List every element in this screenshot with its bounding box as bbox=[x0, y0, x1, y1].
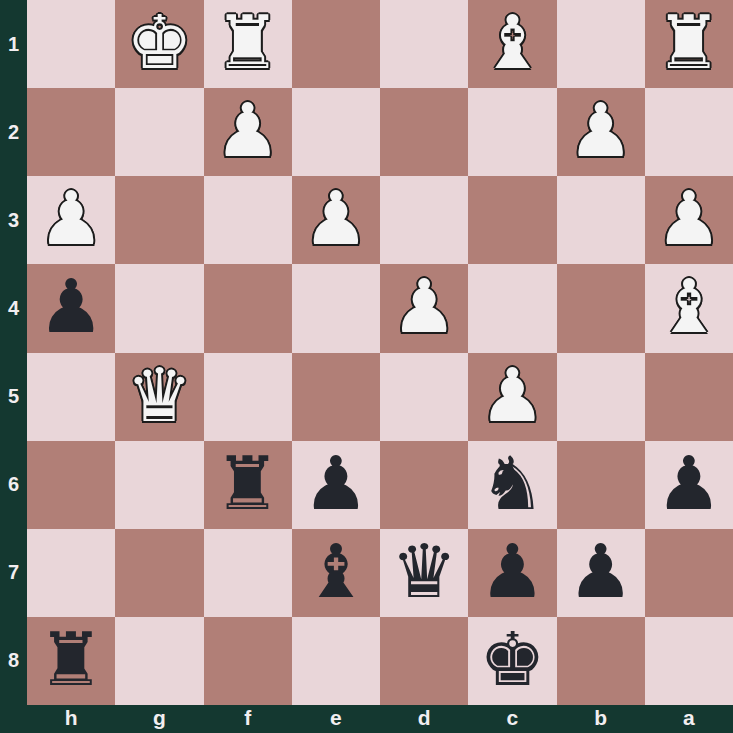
square-c5[interactable]: ♟ bbox=[468, 353, 556, 441]
white-pawn[interactable]: ♟ bbox=[38, 181, 104, 255]
square-b7[interactable]: ♟ bbox=[557, 529, 645, 617]
file-label-d: d bbox=[380, 705, 468, 733]
square-b4[interactable] bbox=[557, 264, 645, 352]
square-e1[interactable] bbox=[292, 0, 380, 88]
square-a1[interactable]: ♜ bbox=[645, 0, 733, 88]
square-f5[interactable] bbox=[204, 353, 292, 441]
square-d7[interactable]: ♛ bbox=[380, 529, 468, 617]
white-bishop[interactable]: ♝ bbox=[656, 269, 722, 343]
file-label-h: h bbox=[27, 705, 115, 733]
square-g1[interactable]: ♚ bbox=[115, 0, 203, 88]
white-rook[interactable]: ♜ bbox=[656, 5, 722, 79]
square-e3[interactable]: ♟ bbox=[292, 176, 380, 264]
square-c7[interactable]: ♟ bbox=[468, 529, 556, 617]
square-d8[interactable] bbox=[380, 617, 468, 705]
square-g3[interactable] bbox=[115, 176, 203, 264]
rank-label-6: 6 bbox=[0, 441, 27, 529]
file-label-g: g bbox=[115, 705, 203, 733]
file-label-b: b bbox=[557, 705, 645, 733]
square-g6[interactable] bbox=[115, 441, 203, 529]
square-f8[interactable] bbox=[204, 617, 292, 705]
square-e4[interactable] bbox=[292, 264, 380, 352]
square-a5[interactable] bbox=[645, 353, 733, 441]
file-label-e: e bbox=[292, 705, 380, 733]
square-g8[interactable] bbox=[115, 617, 203, 705]
square-a3[interactable]: ♟ bbox=[645, 176, 733, 264]
black-pawn[interactable]: ♟ bbox=[567, 534, 633, 608]
square-c8[interactable]: ♚ bbox=[468, 617, 556, 705]
square-h1[interactable] bbox=[27, 0, 115, 88]
square-h3[interactable]: ♟ bbox=[27, 176, 115, 264]
square-c4[interactable] bbox=[468, 264, 556, 352]
white-pawn[interactable]: ♟ bbox=[567, 93, 633, 167]
white-pawn[interactable]: ♟ bbox=[479, 358, 545, 432]
file-label-f: f bbox=[204, 705, 292, 733]
white-rook[interactable]: ♜ bbox=[214, 5, 280, 79]
square-f3[interactable] bbox=[204, 176, 292, 264]
square-a7[interactable] bbox=[645, 529, 733, 617]
square-d2[interactable] bbox=[380, 88, 468, 176]
rank-label-8: 8 bbox=[0, 617, 27, 705]
square-d1[interactable] bbox=[380, 0, 468, 88]
square-e6[interactable]: ♟ bbox=[292, 441, 380, 529]
rank-label-2: 2 bbox=[0, 88, 27, 176]
square-f7[interactable] bbox=[204, 529, 292, 617]
black-knight[interactable]: ♞ bbox=[479, 446, 545, 520]
square-e8[interactable] bbox=[292, 617, 380, 705]
square-f1[interactable]: ♜ bbox=[204, 0, 292, 88]
square-d5[interactable] bbox=[380, 353, 468, 441]
black-pawn[interactable]: ♟ bbox=[656, 446, 722, 520]
square-e5[interactable] bbox=[292, 353, 380, 441]
square-h4[interactable]: ♟ bbox=[27, 264, 115, 352]
square-h8[interactable]: ♜ bbox=[27, 617, 115, 705]
black-rook[interactable]: ♜ bbox=[38, 622, 104, 696]
rank-label-7: 7 bbox=[0, 529, 27, 617]
square-f2[interactable]: ♟ bbox=[204, 88, 292, 176]
black-bishop[interactable]: ♝ bbox=[303, 534, 369, 608]
square-h7[interactable] bbox=[27, 529, 115, 617]
black-king[interactable]: ♚ bbox=[479, 622, 545, 696]
square-b6[interactable] bbox=[557, 441, 645, 529]
square-f6[interactable]: ♜ bbox=[204, 441, 292, 529]
square-g4[interactable] bbox=[115, 264, 203, 352]
square-f4[interactable] bbox=[204, 264, 292, 352]
file-label-c: c bbox=[468, 705, 556, 733]
square-a2[interactable] bbox=[645, 88, 733, 176]
black-pawn[interactable]: ♟ bbox=[479, 534, 545, 608]
white-bishop[interactable]: ♝ bbox=[479, 5, 545, 79]
file-labels: hgfedcba bbox=[27, 705, 733, 733]
black-pawn[interactable]: ♟ bbox=[303, 446, 369, 520]
square-c1[interactable]: ♝ bbox=[468, 0, 556, 88]
square-a4[interactable]: ♝ bbox=[645, 264, 733, 352]
square-a8[interactable] bbox=[645, 617, 733, 705]
square-c3[interactable] bbox=[468, 176, 556, 264]
white-pawn[interactable]: ♟ bbox=[391, 269, 457, 343]
square-a6[interactable]: ♟ bbox=[645, 441, 733, 529]
square-h6[interactable] bbox=[27, 441, 115, 529]
white-pawn[interactable]: ♟ bbox=[656, 181, 722, 255]
file-label-a: a bbox=[645, 705, 733, 733]
square-b5[interactable] bbox=[557, 353, 645, 441]
square-b1[interactable] bbox=[557, 0, 645, 88]
chess-board[interactable]: ♚♜♝♜♟♟♟♟♟♟♟♝♛♟♜♟♞♟♝♛♟♟♜♚ bbox=[27, 0, 733, 705]
square-b8[interactable] bbox=[557, 617, 645, 705]
square-e7[interactable]: ♝ bbox=[292, 529, 380, 617]
square-d6[interactable] bbox=[380, 441, 468, 529]
square-h5[interactable] bbox=[27, 353, 115, 441]
square-g5[interactable]: ♛ bbox=[115, 353, 203, 441]
square-d3[interactable] bbox=[380, 176, 468, 264]
square-c2[interactable] bbox=[468, 88, 556, 176]
white-queen[interactable]: ♛ bbox=[126, 358, 192, 432]
white-pawn[interactable]: ♟ bbox=[214, 93, 280, 167]
rank-label-5: 5 bbox=[0, 353, 27, 441]
black-rook[interactable]: ♜ bbox=[214, 446, 280, 520]
square-b2[interactable]: ♟ bbox=[557, 88, 645, 176]
white-king[interactable]: ♚ bbox=[126, 5, 192, 79]
white-pawn[interactable]: ♟ bbox=[303, 181, 369, 255]
square-h2[interactable] bbox=[27, 88, 115, 176]
rank-labels: 12345678 bbox=[0, 0, 27, 705]
rank-label-4: 4 bbox=[0, 264, 27, 352]
square-b3[interactable] bbox=[557, 176, 645, 264]
chessboard-frame: 12345678 ♚♜♝♜♟♟♟♟♟♟♟♝♛♟♜♟♞♟♝♛♟♟♜♚ hgfedc… bbox=[0, 0, 733, 733]
square-g2[interactable] bbox=[115, 88, 203, 176]
square-d4[interactable]: ♟ bbox=[380, 264, 468, 352]
square-e2[interactable] bbox=[292, 88, 380, 176]
square-g7[interactable] bbox=[115, 529, 203, 617]
rank-label-1: 1 bbox=[0, 0, 27, 88]
rank-label-3: 3 bbox=[0, 176, 27, 264]
black-queen[interactable]: ♛ bbox=[391, 534, 457, 608]
black-pawn[interactable]: ♟ bbox=[38, 269, 104, 343]
square-c6[interactable]: ♞ bbox=[468, 441, 556, 529]
